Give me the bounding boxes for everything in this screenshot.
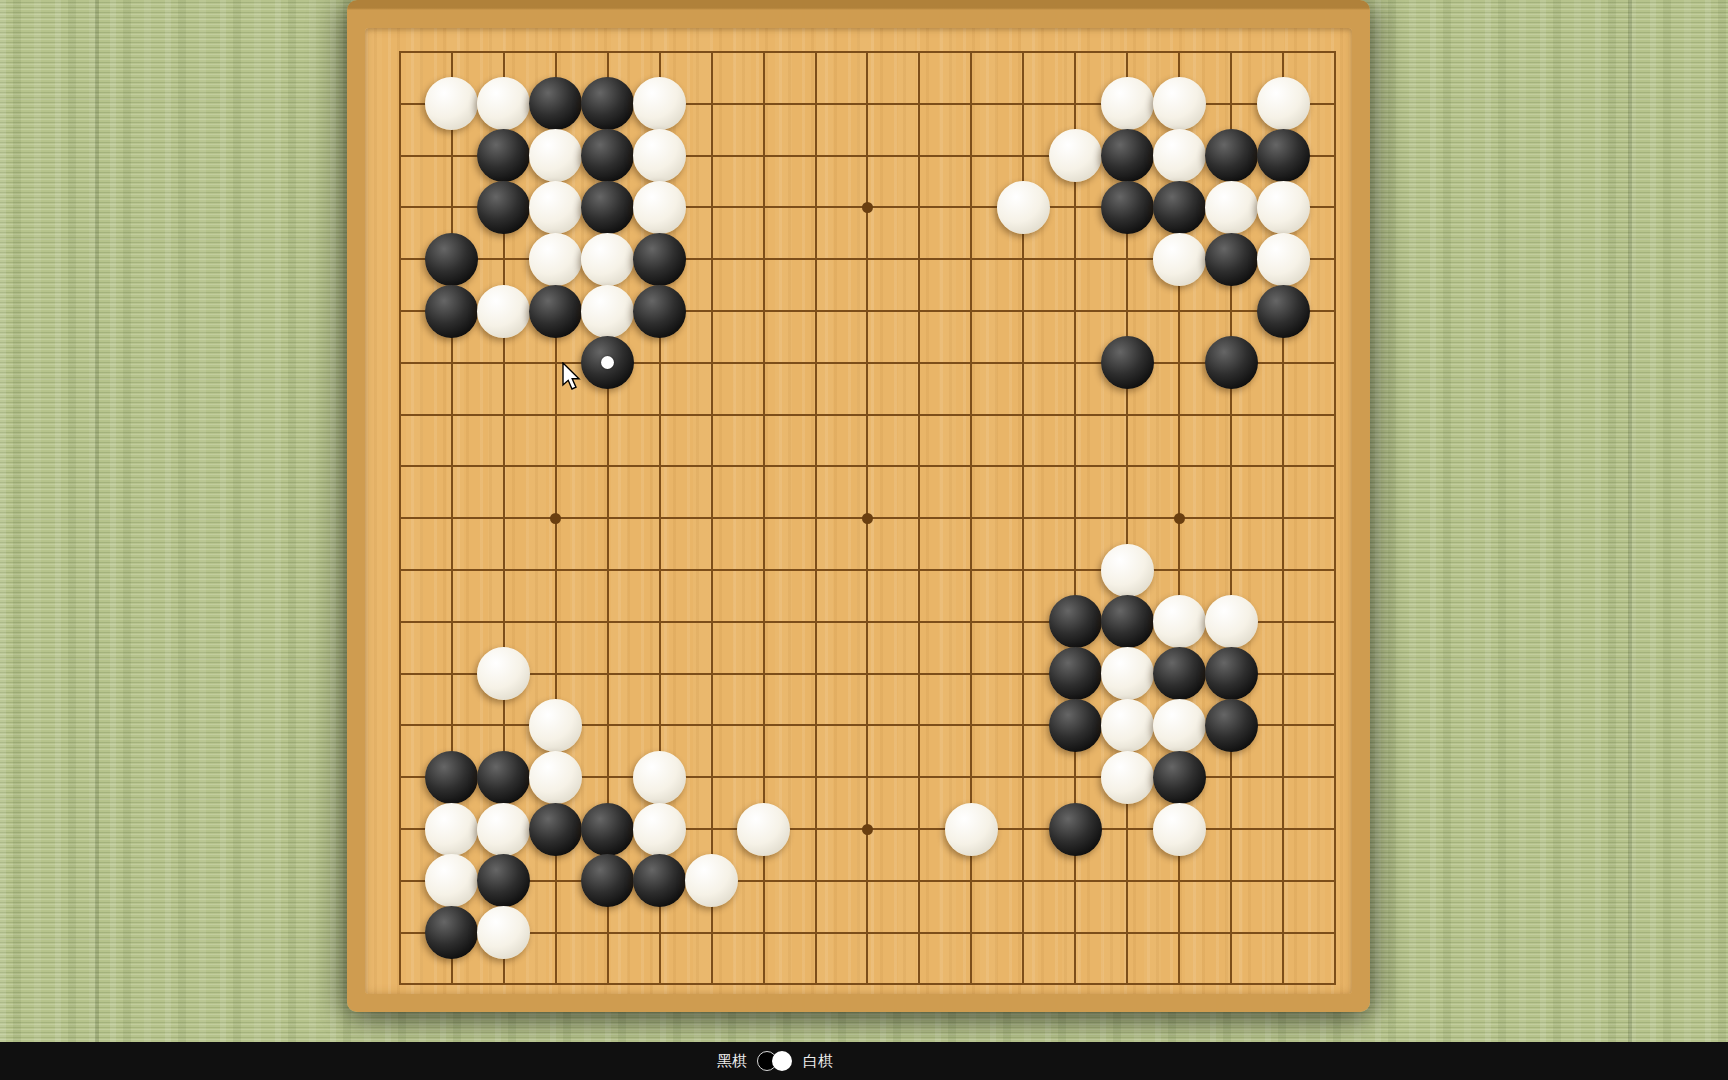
stone-black <box>581 803 634 856</box>
stone-black <box>1205 233 1258 286</box>
stone-white <box>1101 647 1154 700</box>
grid-line-vertical <box>918 51 920 985</box>
white-player-label: 白棋 <box>803 1052 833 1071</box>
go-board-grid-layer <box>0 0 1728 1080</box>
stone-white <box>529 181 582 234</box>
stone-black <box>581 336 634 389</box>
stone-black <box>1101 129 1154 182</box>
stone-black <box>581 854 634 907</box>
stone-white <box>633 181 686 234</box>
stone-white <box>1257 233 1310 286</box>
stone-black <box>1049 647 1102 700</box>
stone-white <box>529 129 582 182</box>
bottom-bar: 黑棋 白棋 <box>0 1042 1728 1080</box>
stone-white <box>529 233 582 286</box>
stone-white <box>1153 595 1206 648</box>
turn-indicator-group: 黑棋 白棋 <box>717 1051 833 1071</box>
stone-white <box>685 854 738 907</box>
stone-white <box>1153 233 1206 286</box>
stone-white <box>581 233 634 286</box>
stone-white <box>425 854 478 907</box>
grid-line-horizontal <box>399 569 1336 571</box>
stone-white <box>425 803 478 856</box>
stone-black <box>529 285 582 338</box>
stone-white <box>945 803 998 856</box>
star-point <box>862 202 873 213</box>
stone-white <box>1153 803 1206 856</box>
stone-white <box>1153 77 1206 130</box>
stone-black <box>1049 699 1102 752</box>
stone-black <box>477 129 530 182</box>
stone-black <box>1049 595 1102 648</box>
star-point <box>1174 513 1185 524</box>
stone-black <box>477 181 530 234</box>
stone-black <box>477 854 530 907</box>
stone-white <box>1257 181 1310 234</box>
stone-white <box>1153 699 1206 752</box>
stone-white <box>477 647 530 700</box>
stone-white <box>1101 751 1154 804</box>
stone-white <box>1049 129 1102 182</box>
stone-black <box>581 77 634 130</box>
stone-black <box>581 181 634 234</box>
stone-black <box>1205 647 1258 700</box>
stone-white <box>633 129 686 182</box>
grid-line-horizontal <box>399 880 1336 882</box>
stone-white <box>633 751 686 804</box>
stone-white <box>633 803 686 856</box>
white-stone-icon <box>772 1051 792 1071</box>
stone-white <box>1153 129 1206 182</box>
stone-black <box>425 751 478 804</box>
black-player-label: 黑棋 <box>717 1052 747 1071</box>
stone-black <box>633 285 686 338</box>
stone-black <box>1101 181 1154 234</box>
stone-black <box>529 803 582 856</box>
grid-line-horizontal <box>399 932 1336 934</box>
star-point <box>862 824 873 835</box>
turn-toggle[interactable] <box>757 1051 793 1071</box>
stone-white <box>1101 544 1154 597</box>
stone-black <box>1101 336 1154 389</box>
stone-white <box>477 906 530 959</box>
stone-black <box>1205 699 1258 752</box>
stone-black <box>1153 751 1206 804</box>
star-point <box>862 513 873 524</box>
stone-black <box>425 233 478 286</box>
stone-black <box>477 751 530 804</box>
stone-white <box>1205 181 1258 234</box>
stone-black <box>1153 181 1206 234</box>
stone-black <box>1257 129 1310 182</box>
stone-black <box>1205 129 1258 182</box>
star-point <box>550 513 561 524</box>
stone-white <box>1101 699 1154 752</box>
stone-black <box>425 906 478 959</box>
stone-white <box>997 181 1050 234</box>
stone-white <box>1205 595 1258 648</box>
stone-black <box>633 854 686 907</box>
stone-black <box>1205 336 1258 389</box>
stone-white <box>581 285 634 338</box>
stone-white <box>477 77 530 130</box>
stone-white <box>477 803 530 856</box>
stone-black <box>529 77 582 130</box>
stone-black <box>1153 647 1206 700</box>
stone-white <box>1101 77 1154 130</box>
grid-line-horizontal <box>399 983 1336 985</box>
stone-black <box>633 233 686 286</box>
stone-black <box>1257 285 1310 338</box>
grid-line-vertical <box>1334 51 1336 985</box>
stone-white <box>1257 77 1310 130</box>
stone-white <box>633 77 686 130</box>
stone-white <box>737 803 790 856</box>
stone-black <box>425 285 478 338</box>
stone-black <box>1101 595 1154 648</box>
stone-white <box>425 77 478 130</box>
last-move-marker <box>601 356 614 369</box>
stone-white <box>529 699 582 752</box>
stone-white <box>477 285 530 338</box>
stone-white <box>529 751 582 804</box>
stone-black <box>1049 803 1102 856</box>
stone-black <box>581 129 634 182</box>
